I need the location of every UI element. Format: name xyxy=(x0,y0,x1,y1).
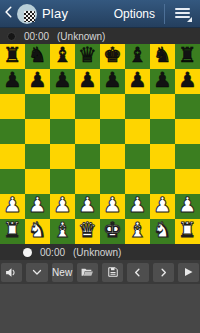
back-button[interactable] xyxy=(0,5,17,23)
white-pawn: ♟ xyxy=(178,193,197,218)
black-pawn: ♟ xyxy=(178,68,197,93)
black-bishop: ♝ xyxy=(128,43,147,68)
square-g3[interactable] xyxy=(150,169,175,194)
white-rook: ♜ xyxy=(3,218,22,243)
square-c3[interactable] xyxy=(50,169,75,194)
square-c1[interactable]: ♝ xyxy=(50,219,75,244)
white-king: ♚ xyxy=(103,218,122,243)
square-b2[interactable]: ♟ xyxy=(25,194,50,219)
black-pawn: ♟ xyxy=(3,68,22,93)
white-pawn: ♟ xyxy=(53,193,72,218)
chevron-down-icon xyxy=(31,266,43,278)
square-f1[interactable]: ♝ xyxy=(125,219,150,244)
square-c5[interactable] xyxy=(50,119,75,144)
square-d1[interactable]: ♛ xyxy=(75,219,100,244)
square-h8[interactable]: ♜ xyxy=(175,44,200,69)
square-b6[interactable] xyxy=(25,94,50,119)
menu-icon xyxy=(175,8,190,20)
square-a5[interactable] xyxy=(0,119,25,144)
white-player-bar: 00:00 (Unknown) xyxy=(0,244,200,260)
white-rook: ♜ xyxy=(178,218,197,243)
square-g4[interactable] xyxy=(150,144,175,169)
square-b3[interactable] xyxy=(25,169,50,194)
square-e4[interactable] xyxy=(100,144,125,169)
black-pawn: ♟ xyxy=(153,68,172,93)
black-pawn: ♟ xyxy=(53,68,72,93)
next-move-button[interactable] xyxy=(153,263,174,282)
open-button[interactable] xyxy=(77,263,98,282)
square-d6[interactable] xyxy=(75,94,100,119)
options-button[interactable]: Options xyxy=(105,0,164,27)
square-h4[interactable] xyxy=(175,144,200,169)
square-e1[interactable]: ♚ xyxy=(100,219,125,244)
empty-background-area xyxy=(0,284,200,333)
square-g6[interactable] xyxy=(150,94,175,119)
square-f6[interactable] xyxy=(125,94,150,119)
square-a8[interactable]: ♜ xyxy=(0,44,25,69)
square-d5[interactable] xyxy=(75,119,100,144)
square-e3[interactable] xyxy=(100,169,125,194)
square-f3[interactable] xyxy=(125,169,150,194)
square-e5[interactable] xyxy=(100,119,125,144)
black-clock: 00:00 xyxy=(24,31,49,42)
white-pawn: ♟ xyxy=(128,193,147,218)
square-e7[interactable]: ♟ xyxy=(100,69,125,94)
square-a3[interactable] xyxy=(0,169,25,194)
white-pawn: ♟ xyxy=(103,193,122,218)
square-c8[interactable]: ♝ xyxy=(50,44,75,69)
square-c7[interactable]: ♟ xyxy=(50,69,75,94)
square-h6[interactable] xyxy=(175,94,200,119)
square-d3[interactable] xyxy=(75,169,100,194)
square-f8[interactable]: ♝ xyxy=(125,44,150,69)
chevron-down-button[interactable] xyxy=(26,263,47,282)
play-icon xyxy=(182,266,194,278)
white-queen: ♛ xyxy=(78,218,97,243)
black-knight: ♞ xyxy=(28,43,47,68)
square-a4[interactable] xyxy=(0,144,25,169)
black-king: ♚ xyxy=(103,43,122,68)
square-a1[interactable]: ♜ xyxy=(0,219,25,244)
app-chessboard-logo-icon xyxy=(17,4,37,24)
square-c2[interactable]: ♟ xyxy=(50,194,75,219)
square-a7[interactable]: ♟ xyxy=(0,69,25,94)
play-button[interactable] xyxy=(178,263,199,282)
white-pawn: ♟ xyxy=(78,193,97,218)
black-pawn: ♟ xyxy=(28,68,47,93)
square-h3[interactable] xyxy=(175,169,200,194)
white-bishop: ♝ xyxy=(53,218,72,243)
square-a6[interactable] xyxy=(0,94,25,119)
black-pawn: ♟ xyxy=(128,68,147,93)
white-pawn: ♟ xyxy=(28,193,47,218)
black-player-bar: 00:00 (Unknown) xyxy=(0,28,200,44)
save-button[interactable] xyxy=(102,263,123,282)
black-pawn: ♟ xyxy=(78,68,97,93)
white-clock: 00:00 xyxy=(40,247,65,258)
square-g7[interactable]: ♟ xyxy=(150,69,175,94)
white-player-indicator xyxy=(23,248,32,257)
black-pawn: ♟ xyxy=(103,68,122,93)
white-player-name: (Unknown) xyxy=(73,247,121,258)
chevron-left-icon xyxy=(132,267,143,278)
square-e6[interactable] xyxy=(100,94,125,119)
black-queen: ♛ xyxy=(78,43,97,68)
square-g5[interactable] xyxy=(150,119,175,144)
square-d7[interactable]: ♟ xyxy=(75,69,100,94)
chess-board[interactable]: ♜♞♝♛♚♝♞♜♟♟♟♟♟♟♟♟♟♟♟♟♟♟♟♟♜♞♝♛♚♝♞♜ xyxy=(0,44,200,244)
white-pawn: ♟ xyxy=(3,193,22,218)
white-knight: ♞ xyxy=(153,218,172,243)
square-b5[interactable] xyxy=(25,119,50,144)
square-h7[interactable]: ♟ xyxy=(175,69,200,94)
black-player-indicator xyxy=(7,32,16,41)
black-player-name: (Unknown) xyxy=(57,31,105,42)
previous-move-button[interactable] xyxy=(127,263,148,282)
open-folder-icon xyxy=(80,266,94,279)
square-g2[interactable]: ♟ xyxy=(150,194,175,219)
square-d8[interactable]: ♛ xyxy=(75,44,100,69)
square-e8[interactable]: ♚ xyxy=(100,44,125,69)
square-h1[interactable]: ♜ xyxy=(175,219,200,244)
speaker-icon xyxy=(5,266,18,279)
square-f5[interactable] xyxy=(125,119,150,144)
square-d2[interactable]: ♟ xyxy=(75,194,100,219)
square-c4[interactable] xyxy=(50,144,75,169)
square-g8[interactable]: ♞ xyxy=(150,44,175,69)
black-rook: ♜ xyxy=(3,43,22,68)
white-bishop: ♝ xyxy=(128,218,147,243)
square-h2[interactable]: ♟ xyxy=(175,194,200,219)
new-game-button[interactable]: New xyxy=(52,263,73,282)
speaker-button[interactable] xyxy=(1,263,22,282)
square-h5[interactable] xyxy=(175,119,200,144)
square-b7[interactable]: ♟ xyxy=(25,69,50,94)
chevron-right-icon xyxy=(158,267,169,278)
square-a2[interactable]: ♟ xyxy=(0,194,25,219)
square-d4[interactable] xyxy=(75,144,100,169)
page-title: Play xyxy=(42,6,68,21)
black-bishop: ♝ xyxy=(53,43,72,68)
square-g1[interactable]: ♞ xyxy=(150,219,175,244)
game-toolbar: New xyxy=(0,260,200,284)
black-rook: ♜ xyxy=(178,43,197,68)
overflow-menu-button[interactable] xyxy=(165,0,200,27)
square-f2[interactable]: ♟ xyxy=(125,194,150,219)
square-c6[interactable] xyxy=(50,94,75,119)
square-b4[interactable] xyxy=(25,144,50,169)
square-f7[interactable]: ♟ xyxy=(125,69,150,94)
square-b8[interactable]: ♞ xyxy=(25,44,50,69)
white-knight: ♞ xyxy=(28,218,47,243)
top-app-bar: Play Options xyxy=(0,0,200,28)
back-chevron-icon xyxy=(2,5,16,23)
square-f4[interactable] xyxy=(125,144,150,169)
white-pawn: ♟ xyxy=(153,193,172,218)
black-knight: ♞ xyxy=(153,43,172,68)
square-e2[interactable]: ♟ xyxy=(100,194,125,219)
save-floppy-icon xyxy=(107,266,119,278)
square-b1[interactable]: ♞ xyxy=(25,219,50,244)
